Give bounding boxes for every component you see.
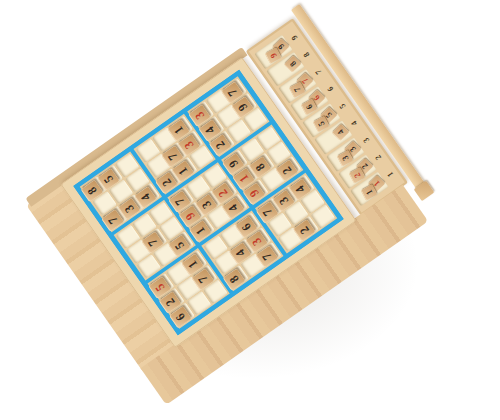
tile-digit: 1 bbox=[186, 259, 200, 271]
spare-tile-digit: 8 bbox=[288, 60, 297, 69]
tile-digit: 7 bbox=[146, 237, 160, 249]
tile-digit: 6 bbox=[173, 311, 187, 323]
tile-digit: 3 bbox=[250, 236, 264, 248]
tile-digit: 5 bbox=[172, 240, 186, 252]
tile-digit: 3 bbox=[199, 199, 213, 211]
tile-digit: 1 bbox=[176, 165, 190, 177]
tile-digit: 7 bbox=[225, 87, 239, 99]
spare-tile-digit: 5 bbox=[317, 121, 327, 129]
tile-digit: 1 bbox=[237, 173, 251, 185]
spare-tile[interactable]: 8 bbox=[284, 56, 302, 73]
tile-digit: 7 bbox=[260, 206, 274, 218]
tile-digit: 4 bbox=[139, 191, 153, 203]
tile-digit: 2 bbox=[159, 177, 173, 189]
tile-digit: 9 bbox=[247, 187, 261, 199]
tile-digit: 9 bbox=[226, 158, 240, 170]
spare-tile[interactable]: 4 bbox=[332, 124, 350, 141]
tile-digit: 2 bbox=[280, 165, 294, 177]
tile-digit: 8 bbox=[85, 185, 99, 197]
tile-digit: 2 bbox=[213, 139, 227, 151]
tile-digit: 2 bbox=[297, 224, 311, 236]
spare-tile-digit: 9 bbox=[269, 52, 279, 60]
tile-digit: 5 bbox=[101, 173, 115, 185]
tile-digit: 4 bbox=[233, 247, 247, 259]
spare-tile-digit: 3 bbox=[340, 155, 350, 163]
spare-tile-digit: 1 bbox=[364, 189, 374, 197]
tile-digit: 4 bbox=[293, 183, 307, 195]
tile-digit: 3 bbox=[277, 195, 291, 207]
tile-digit: 7 bbox=[166, 151, 180, 163]
tile-digit: 9 bbox=[236, 101, 250, 113]
tile-digit: 6 bbox=[239, 221, 253, 233]
tile-digit: 7 bbox=[173, 196, 187, 208]
tile-digit: 8 bbox=[253, 161, 267, 173]
tile-digit: 1 bbox=[193, 225, 207, 237]
tile-digit: 2 bbox=[163, 296, 177, 308]
tile-digit: 7 bbox=[196, 273, 210, 285]
tile-digit: 1 bbox=[172, 124, 186, 136]
spare-tile-digit: 7 bbox=[293, 86, 303, 94]
tile-digit: 4 bbox=[226, 202, 240, 214]
tile-digit: 4 bbox=[203, 124, 217, 136]
spare-tile-digit: 6 bbox=[305, 103, 315, 111]
tile-digit: 9 bbox=[183, 210, 197, 222]
tile-digit: 3 bbox=[193, 110, 207, 122]
spare-tile-digit: 2 bbox=[352, 172, 362, 180]
rail-end-cap bbox=[414, 181, 435, 202]
tile-digit: 8 bbox=[227, 273, 241, 285]
tile-digit: 3 bbox=[182, 139, 196, 151]
product-photo-stage: 6257175783548473619734221731723491982243… bbox=[0, 0, 500, 420]
tile-digit: 3 bbox=[122, 203, 136, 215]
tile-digit: 5 bbox=[153, 282, 167, 294]
tile-digit: 7 bbox=[260, 251, 274, 263]
tile-digit: 2 bbox=[216, 187, 230, 199]
spare-tile-digit: 4 bbox=[336, 128, 345, 137]
tile-digit: 7 bbox=[106, 214, 120, 226]
